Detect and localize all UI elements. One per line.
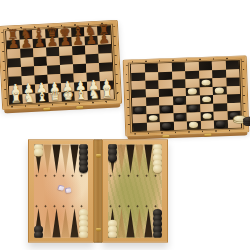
board-square: ♜ <box>100 90 113 100</box>
backgammon-point <box>117 144 126 174</box>
backgammon-left-half <box>28 139 94 242</box>
board-square <box>214 120 228 129</box>
backgammon-checker-white <box>108 231 117 238</box>
checker-piece-white <box>202 96 212 102</box>
checkers-board-frame <box>123 55 250 136</box>
checker-piece-black <box>243 117 250 123</box>
stud-dots <box>35 205 87 207</box>
backgammon-right-half <box>102 139 168 242</box>
checker-piece-black <box>216 121 226 127</box>
board-square <box>146 122 160 131</box>
product-photo: ♜♞♝♛♚♝♞♜♟♟♟♟♟♟♟♟♟♟♟♟♟♟♟♟♜♞♝♛♚♝♞♜ <box>0 0 250 250</box>
backgammon-point <box>126 208 135 238</box>
backgammon-checker-stack <box>108 221 117 238</box>
board-square: ♚ <box>61 92 74 102</box>
board-square: ♞ <box>87 90 100 100</box>
checker-piece-black <box>161 106 171 112</box>
chess-board-frame: ♜♞♝♛♚♝♞♜♟♟♟♟♟♟♟♟♟♟♟♟♟♟♟♟♜♞♝♛♚♝♞♜ <box>0 20 122 110</box>
chess-board: ♜♞♝♛♚♝♞♜♟♟♟♟♟♟♟♟♟♟♟♟♟♟♟♟♜♞♝♛♚♝♞♜ <box>0 20 122 110</box>
backgammon-point <box>52 208 61 238</box>
backgammon-point <box>43 144 52 174</box>
backgammon-checker-black <box>79 165 88 173</box>
backgammon-left-surface <box>34 144 88 237</box>
board-square <box>173 121 187 130</box>
chess-piece: ♞ <box>22 90 36 104</box>
die-icon <box>65 187 72 193</box>
checker-piece-black <box>188 105 198 111</box>
board-square: ♞ <box>22 94 35 104</box>
backgammon-point <box>135 208 144 238</box>
hinge-icon <box>163 135 170 138</box>
backgammon-point <box>43 208 52 238</box>
chess-piece: ♚ <box>61 88 75 102</box>
checkers-grid <box>130 60 242 132</box>
stud-dots <box>109 175 161 177</box>
checker-piece-white <box>202 113 212 119</box>
backgammon-checker-white <box>34 149 43 157</box>
board-square <box>200 120 214 129</box>
backgammon-checker-white <box>153 165 162 173</box>
backgammon-checker-white <box>79 231 88 238</box>
backgammon-checker-black <box>108 154 117 162</box>
backgammon-checker-stack <box>34 144 43 155</box>
backgammon-checker-stack <box>79 144 88 172</box>
checker-piece-white <box>215 87 225 93</box>
backgammon-checker-black <box>153 231 162 238</box>
backgammon-point <box>52 144 61 174</box>
chess-piece: ♛ <box>48 89 62 103</box>
backgammon-point <box>70 144 79 174</box>
die-icon <box>57 185 64 191</box>
backgammon-checker-stack <box>153 144 162 172</box>
hinge-pin-icon <box>96 228 101 231</box>
clasp-icon <box>77 106 84 109</box>
backgammon-checker-stack <box>34 227 43 238</box>
backgammon-point <box>126 144 135 174</box>
backgammon-checker-stack <box>79 210 88 238</box>
backgammon-point <box>135 144 144 174</box>
checker-piece-black <box>134 107 144 113</box>
chess-piece: ♝ <box>35 89 49 103</box>
clasp-icon <box>43 108 50 111</box>
backgammon-right-surface <box>108 144 162 237</box>
stud-dots <box>35 175 87 177</box>
checker-piece-black <box>175 97 185 103</box>
chess-piece: ♞ <box>87 87 101 101</box>
checker-piece-white <box>148 115 158 121</box>
board-square <box>160 122 174 131</box>
stud-dots <box>109 205 161 207</box>
backgammon-point <box>144 208 153 238</box>
backgammon-point <box>117 208 126 238</box>
backgammon-checker-black <box>34 231 43 238</box>
checker-piece-white <box>201 79 211 85</box>
board-square: ♛ <box>48 92 61 102</box>
backgammon-board <box>28 139 168 242</box>
hinge-pin-icon <box>96 154 101 157</box>
chess-piece: ♝ <box>74 87 88 101</box>
checker-piece-white <box>189 122 199 128</box>
chess-piece: ♜ <box>9 91 23 105</box>
checker-piece-black <box>175 114 185 120</box>
board-square: ♜ <box>10 94 23 104</box>
chess-grid: ♜♞♝♛♚♝♞♜♟♟♟♟♟♟♟♟♟♟♟♟♟♟♟♟♜♞♝♛♚♝♞♜ <box>5 25 115 105</box>
backgammon-point <box>61 208 70 238</box>
board-square <box>133 123 147 132</box>
backgammon-checker-stack <box>108 144 117 161</box>
chess-piece: ♜ <box>100 86 114 100</box>
hinge-icon <box>94 139 102 242</box>
checkers-board <box>123 55 250 136</box>
backgammon-point <box>61 144 70 174</box>
checker-piece-white <box>188 88 198 94</box>
hinge-icon <box>205 134 212 137</box>
board-square: ♝ <box>74 91 87 101</box>
checker-piece-black <box>162 123 172 129</box>
backgammon-point <box>144 144 153 174</box>
board-square: ♝ <box>35 93 48 103</box>
board-square <box>187 121 201 130</box>
backgammon-checker-stack <box>153 210 162 238</box>
backgammon-point <box>70 208 79 238</box>
